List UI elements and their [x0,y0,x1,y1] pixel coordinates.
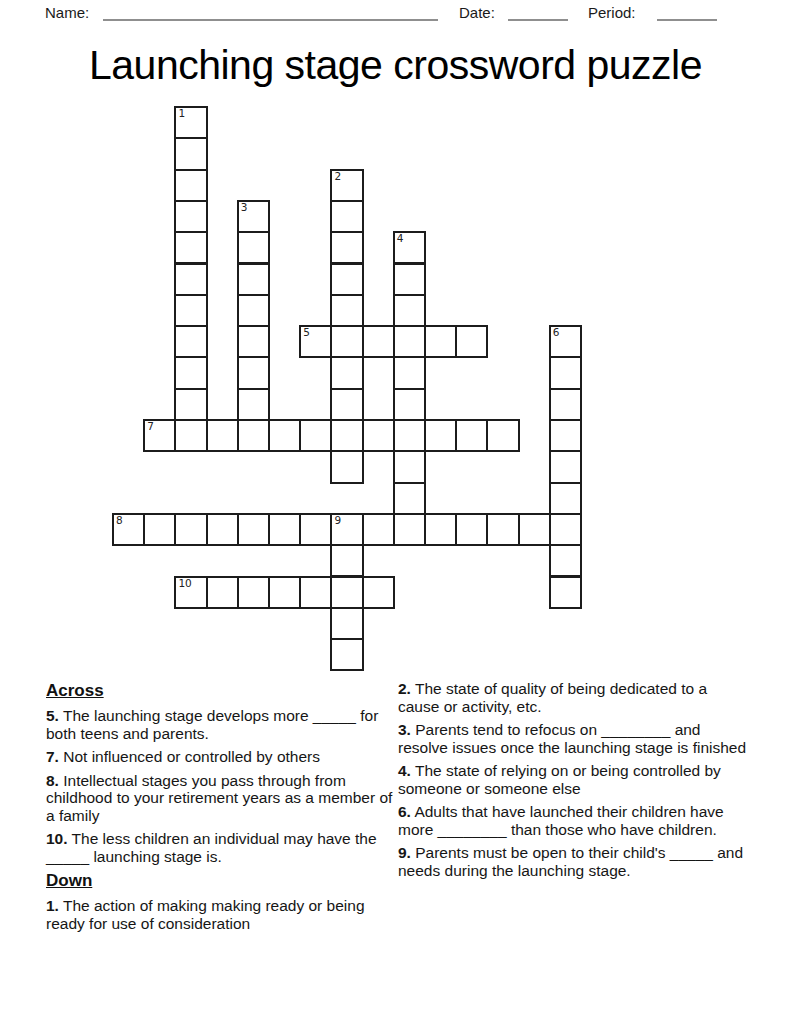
down-heading: Down [46,871,394,891]
grid-cell-r4c2[interactable] [174,231,207,264]
grid-cell-r13c6[interactable] [299,513,332,546]
grid-cell-r10c12[interactable] [486,419,519,452]
grid-cell-r13c0[interactable]: 8 [112,513,145,546]
grid-cell-r3c2[interactable] [174,200,207,233]
clue-number: 6. [398,803,411,820]
grid-cell-r10c7[interactable] [330,419,363,452]
grid-cell-r8c9[interactable] [393,356,426,389]
clue-number: 10. [46,830,68,847]
clue-number: 2. [398,680,411,697]
date-input-line[interactable] [508,4,568,21]
grid-cell-r9c9[interactable] [393,388,426,421]
grid-cell-r3c4[interactable]: 3 [237,200,270,233]
grid-cell-r13c10[interactable] [424,513,457,546]
grid-cell-r3c7[interactable] [330,200,363,233]
grid-cell-r6c9[interactable] [393,294,426,327]
grid-cell-r7c8[interactable] [362,325,395,358]
grid-cell-r15c5[interactable] [268,576,301,609]
grid-cell-r2c2[interactable] [174,169,207,202]
clue-down-4: 4. The state of relying on or being cont… [398,762,752,797]
name-label: Name: [45,4,89,21]
cell-number-10: 10 [178,578,191,589]
cell-number-8: 8 [116,515,123,526]
clue-number: 9. [398,844,411,861]
grid-cell-r11c7[interactable] [330,450,363,483]
clue-text: The launching stage develops more _____ … [46,707,378,742]
cell-number-7: 7 [147,421,154,432]
grid-cell-r6c7[interactable] [330,294,363,327]
grid-cell-r7c7[interactable] [330,325,363,358]
clues-right-column: 2. The state of quality of being dedicat… [398,680,752,885]
clue-down-6: 6. Adults that have launched their child… [398,803,752,838]
grid-cell-r7c10[interactable] [424,325,457,358]
grid-cell-r9c2[interactable] [174,388,207,421]
grid-cell-r0c2[interactable]: 1 [174,106,207,139]
grid-cell-r11c14[interactable] [549,450,582,483]
cell-number-1: 1 [178,108,185,119]
cell-number-4: 4 [397,233,404,244]
grid-cell-r7c6[interactable]: 5 [299,325,332,358]
grid-cell-r2c7[interactable]: 2 [330,169,363,202]
clue-text: Intellectual stages you pass through fro… [46,772,392,824]
grid-cell-r6c4[interactable] [237,294,270,327]
cell-number-6: 6 [553,327,560,338]
grid-cell-r13c4[interactable] [237,513,270,546]
grid-cell-r4c7[interactable] [330,231,363,264]
grid-cell-r15c3[interactable] [206,576,239,609]
grid-cell-r13c12[interactable] [486,513,519,546]
clues-left-column: Across5. The launching stage develops mo… [46,681,394,938]
grid-cell-r4c4[interactable] [237,231,270,264]
grid-cell-r1c2[interactable] [174,137,207,170]
grid-cell-r9c14[interactable] [549,388,582,421]
clue-down-2: 2. The state of quality of being dedicat… [398,680,752,715]
grid-cell-r8c7[interactable] [330,356,363,389]
clue-across-7: 7. Not influenced or controlled by other… [46,748,394,766]
grid-cell-r11c9[interactable] [393,450,426,483]
grid-cell-r15c4[interactable] [237,576,270,609]
grid-cell-r7c2[interactable] [174,325,207,358]
grid-cell-r5c4[interactable] [237,263,270,296]
grid-cell-r8c4[interactable] [237,356,270,389]
page-title: Launching stage crossword puzzle [0,41,791,89]
grid-cell-r10c1[interactable]: 7 [143,419,176,452]
grid-cell-r5c7[interactable] [330,263,363,296]
grid-cell-r13c2[interactable] [174,513,207,546]
grid-cell-r8c14[interactable] [549,356,582,389]
crossword-grid: 12345678910 [113,107,583,672]
grid-cell-r8c2[interactable] [174,356,207,389]
clue-down-9: 9. Parents must be open to their child's… [398,844,752,879]
clue-number: 1. [46,897,59,914]
grid-cell-r10c3[interactable] [206,419,239,452]
grid-cell-r6c2[interactable] [174,294,207,327]
clue-text: Adults that have launched their children… [398,803,724,838]
across-heading: Across [46,681,394,701]
grid-cell-r13c14[interactable] [549,513,582,546]
period-input-line[interactable] [657,4,717,21]
grid-cell-r13c3[interactable] [206,513,239,546]
grid-cell-r4c9[interactable]: 4 [393,231,426,264]
grid-cell-r13c9[interactable] [393,513,426,546]
grid-cell-r15c8[interactable] [362,576,395,609]
grid-cell-r9c7[interactable] [330,388,363,421]
cell-number-5: 5 [303,327,310,338]
grid-cell-r15c14[interactable] [549,576,582,609]
grid-cell-r15c6[interactable] [299,576,332,609]
grid-cell-r10c8[interactable] [362,419,395,452]
grid-cell-r13c11[interactable] [455,513,488,546]
clue-across-8: 8. Intellectual stages you pass through … [46,772,394,825]
grid-cell-r10c4[interactable] [237,419,270,452]
clue-down-1: 1. The action of making making ready or … [46,897,394,932]
grid-cell-r13c1[interactable] [143,513,176,546]
clue-down-3: 3. Parents tend to refocus on ________ a… [398,721,752,756]
clue-across-10: 10. The less children an individual may … [46,830,394,865]
grid-cell-r12c14[interactable] [549,482,582,515]
clue-number: 3. [398,721,411,738]
clue-text: Parents must be open to their child's __… [398,844,743,879]
grid-cell-r10c11[interactable] [455,419,488,452]
grid-cell-r10c2[interactable] [174,419,207,452]
grid-cell-r12c9[interactable] [393,482,426,515]
clue-text: The state of relying on or being control… [398,762,721,797]
grid-cell-r7c9[interactable] [393,325,426,358]
clue-across-5: 5. The launching stage develops more ___… [46,707,394,742]
grid-cell-r10c14[interactable] [549,419,582,452]
grid-cell-r14c14[interactable] [549,544,582,577]
grid-cell-r7c4[interactable] [237,325,270,358]
grid-cell-r7c11[interactable] [455,325,488,358]
clue-text: The action of making making ready or bei… [46,897,365,932]
grid-cell-r9c4[interactable] [237,388,270,421]
grid-cell-r7c14[interactable]: 6 [549,325,582,358]
cell-number-9: 9 [334,515,341,526]
grid-cell-r13c7[interactable]: 9 [330,513,363,546]
grid-cell-r5c9[interactable] [393,263,426,296]
grid-cell-r17c7[interactable] [330,638,363,671]
grid-cell-r10c6[interactable] [299,419,332,452]
cell-number-3: 3 [241,202,248,213]
grid-cell-r5c2[interactable] [174,263,207,296]
grid-cell-r15c2[interactable]: 10 [174,576,207,609]
clue-text: The less children an individual may have… [46,830,377,865]
clue-number: 4. [398,762,411,779]
clue-number: 7. [46,748,59,765]
date-label: Date: [459,4,495,21]
grid-cell-r14c7[interactable] [330,544,363,577]
grid-cell-r13c5[interactable] [268,513,301,546]
clue-number: 5. [46,707,59,724]
period-label: Period: [588,4,636,21]
grid-cell-r15c7[interactable] [330,576,363,609]
grid-cell-r13c8[interactable] [362,513,395,546]
clue-text: The state of quality of being dedicated … [398,680,707,715]
grid-cell-r10c10[interactable] [424,419,457,452]
clue-text: Not influenced or controlled by others [59,748,320,765]
clue-text: Parents tend to refocus on ________ and … [398,721,746,756]
grid-cell-r10c9[interactable] [393,419,426,452]
cell-number-2: 2 [334,171,341,182]
grid-cell-r10c5[interactable] [268,419,301,452]
grid-cell-r16c7[interactable] [330,607,363,640]
name-input-line[interactable] [103,4,438,21]
grid-cell-r13c13[interactable] [518,513,551,546]
clue-number: 8. [46,772,59,789]
